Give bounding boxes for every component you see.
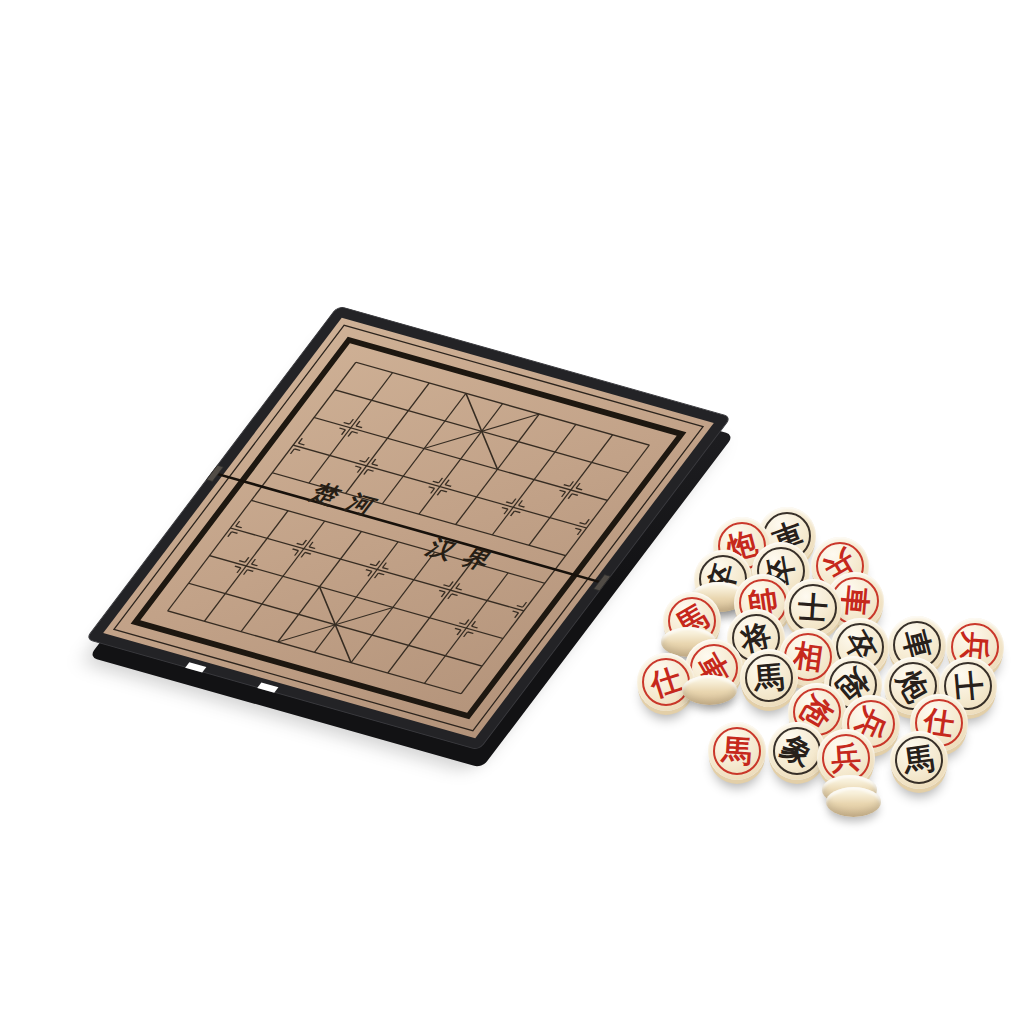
piece-character: 馬 bbox=[753, 662, 786, 695]
piece-character: 仕 bbox=[647, 663, 685, 701]
piece-character: 士 bbox=[952, 670, 985, 703]
piece-character: 士 bbox=[797, 592, 829, 624]
piece-character: 兵 bbox=[830, 742, 862, 774]
stacked-piece-edge[interactable] bbox=[826, 787, 881, 817]
red-xiangqi-piece[interactable]: 馬 bbox=[708, 722, 766, 780]
piece-character: 車 bbox=[839, 585, 872, 618]
piece-character: 象 bbox=[777, 731, 818, 772]
stacked-piece-edge[interactable] bbox=[682, 675, 737, 705]
black-xiangqi-piece[interactable]: 馬 bbox=[890, 731, 948, 789]
product-photo-stage: 楚河 汉界 車炮兵卒卒車帥士馬将車卒兵相車馬仕炮炮士炮仕兵馬象兵馬 bbox=[0, 0, 1024, 1024]
piece-character: 馬 bbox=[721, 735, 753, 767]
black-xiangqi-piece[interactable]: 馬 bbox=[740, 649, 798, 707]
pieces-pile: 車炮兵卒卒車帥士馬将車卒兵相車馬仕炮炮士炮仕兵馬象兵馬 bbox=[0, 0, 1024, 1024]
piece-character: 馬 bbox=[902, 743, 936, 777]
